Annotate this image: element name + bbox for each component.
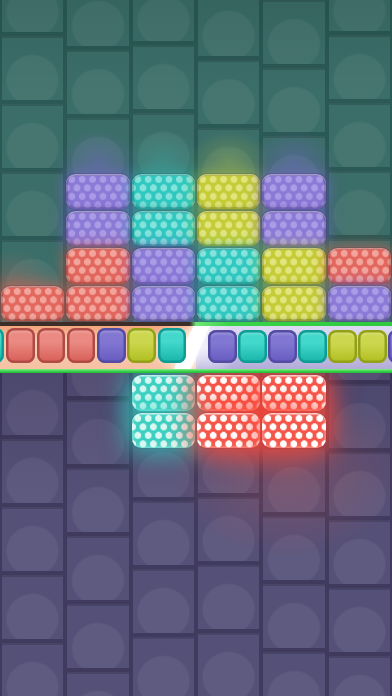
block-red bbox=[262, 413, 325, 449]
tray-top-progress-line bbox=[0, 322, 392, 326]
opponent-board-grid bbox=[0, 23, 392, 322]
player-board-grid[interactable] bbox=[0, 374, 392, 674]
tray-chip-purple bbox=[97, 328, 125, 364]
player-board[interactable] bbox=[0, 373, 392, 696]
game-screen bbox=[0, 0, 392, 696]
opponent-board bbox=[0, 0, 392, 322]
block-yellow bbox=[197, 211, 260, 246]
block-red bbox=[197, 413, 260, 449]
tray-chip-teal bbox=[238, 330, 267, 363]
tray-chip-purple bbox=[208, 330, 237, 363]
block-purple bbox=[132, 286, 195, 321]
tray-bottom-progress-line bbox=[0, 369, 392, 373]
block-teal bbox=[132, 174, 195, 209]
tray-chip-red bbox=[6, 328, 34, 364]
block-purple bbox=[66, 174, 129, 209]
tray-right-chips bbox=[208, 330, 392, 363]
block-yellow bbox=[262, 286, 325, 321]
tray-chip-yellow bbox=[328, 330, 357, 363]
tray-chip-teal bbox=[0, 328, 4, 364]
block-red bbox=[66, 248, 129, 283]
block-purple bbox=[66, 211, 129, 246]
tray-chip-yellow bbox=[358, 330, 387, 363]
block-teal bbox=[132, 211, 195, 246]
block-red bbox=[197, 375, 260, 411]
tray-left-chips bbox=[0, 328, 186, 364]
tray-chip-teal bbox=[298, 330, 327, 363]
block-teal bbox=[197, 248, 260, 283]
block-purple bbox=[262, 211, 325, 246]
tray-chip-red bbox=[37, 328, 65, 364]
block-red bbox=[262, 375, 325, 411]
piece-tray bbox=[0, 322, 392, 373]
block-purple bbox=[262, 174, 325, 209]
block-purple bbox=[132, 248, 195, 283]
tray-chip-red bbox=[67, 328, 95, 364]
block-red bbox=[328, 248, 391, 283]
tray-chip-purple bbox=[268, 330, 297, 363]
block-teal bbox=[132, 413, 195, 449]
block-red bbox=[1, 286, 64, 321]
block-red bbox=[66, 286, 129, 321]
tray-chip-yellow bbox=[127, 328, 155, 364]
block-teal bbox=[132, 375, 195, 411]
block-yellow bbox=[262, 248, 325, 283]
block-purple bbox=[328, 286, 391, 321]
tray-chip-teal bbox=[158, 328, 186, 364]
tray-chip-purple bbox=[388, 330, 392, 363]
block-teal bbox=[197, 286, 260, 321]
block-yellow bbox=[197, 174, 260, 209]
